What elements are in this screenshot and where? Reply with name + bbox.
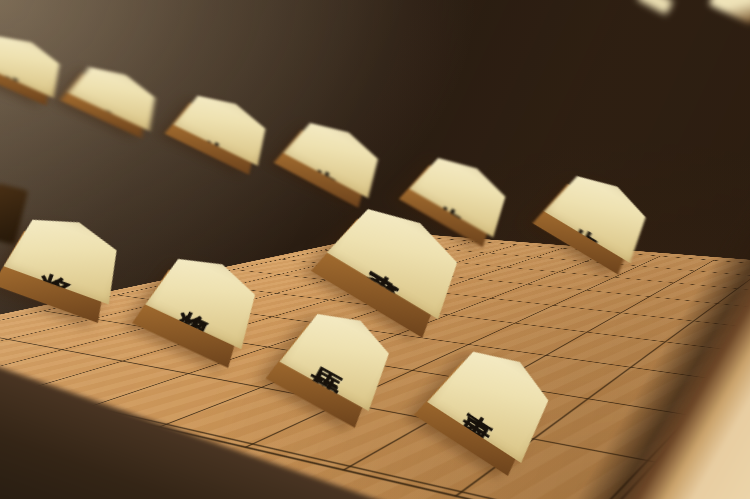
piece-top-face: 香車: [427, 332, 567, 463]
piece-kanji: 歩: [211, 115, 241, 134]
lance-piece[interactable]: 香車: [417, 332, 567, 479]
silver-general-piece[interactable]: 銀将: [136, 242, 271, 370]
gold-general-piece[interactable]: 金将: [0, 203, 132, 325]
piece-kanji: 香車: [480, 384, 514, 410]
shogi-board-photo: 歩歩歩歩歩歩飛車金将銀将桂馬香車: [0, 0, 750, 499]
piece-kanji: 銀将: [191, 285, 225, 307]
piece-kanji: 桂馬: [326, 342, 359, 365]
piece-kanji: 金将: [50, 244, 85, 264]
piece-kanji: 歩: [322, 144, 352, 164]
piece-kanji: 歩: [102, 84, 132, 102]
piece-kanji: 歩: [587, 201, 618, 224]
piece-kanji: 歩: [8, 53, 38, 70]
piece-kanji: 歩: [449, 181, 478, 202]
pawn-piece[interactable]: 歩: [0, 25, 71, 108]
pawn-piece[interactable]: 歩: [536, 161, 661, 277]
pawn-piece[interactable]: 歩: [63, 56, 166, 140]
piece-layer: 歩歩歩歩歩歩飛車金将銀将桂馬香車: [0, 0, 750, 499]
piece-kanji: 飛車: [382, 240, 420, 268]
pawn-piece[interactable]: 歩: [168, 83, 278, 176]
